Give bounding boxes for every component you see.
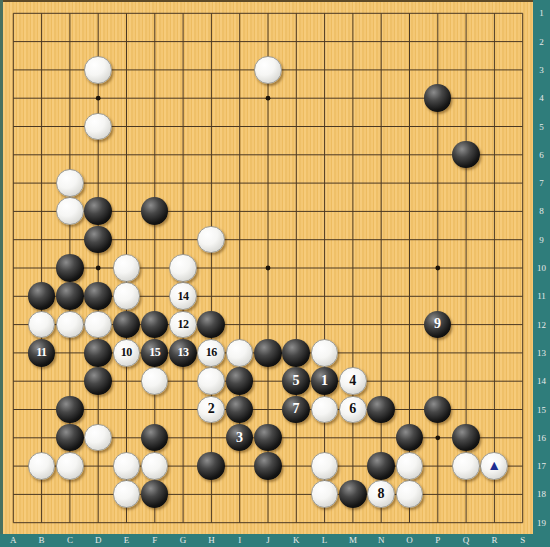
- intersection-N18[interactable]: 8: [367, 480, 395, 508]
- intersection-O6[interactable]: [395, 141, 423, 169]
- intersection-G12[interactable]: 12: [169, 310, 197, 338]
- intersection-B8[interactable]: [27, 197, 55, 225]
- intersection-Q12[interactable]: [452, 310, 480, 338]
- intersection-D11[interactable]: [84, 282, 112, 310]
- intersection-M2[interactable]: [339, 27, 367, 55]
- intersection-Q5[interactable]: [452, 112, 480, 140]
- intersection-N2[interactable]: [367, 27, 395, 55]
- intersection-F5[interactable]: [141, 112, 169, 140]
- intersection-H5[interactable]: [197, 112, 225, 140]
- intersection-D10[interactable]: [84, 254, 112, 282]
- intersection-I16[interactable]: 3: [226, 424, 254, 452]
- intersection-G11[interactable]: 14: [169, 282, 197, 310]
- intersection-F13[interactable]: 15: [141, 339, 169, 367]
- intersection-L4[interactable]: [310, 84, 338, 112]
- intersection-L12[interactable]: [310, 310, 338, 338]
- intersection-B15[interactable]: [27, 395, 55, 423]
- intersection-F18[interactable]: [141, 480, 169, 508]
- intersection-L17[interactable]: [310, 452, 338, 480]
- intersection-H18[interactable]: [197, 480, 225, 508]
- intersection-I17[interactable]: [226, 452, 254, 480]
- intersection-M3[interactable]: [339, 56, 367, 84]
- intersection-I6[interactable]: [226, 141, 254, 169]
- intersection-Q8[interactable]: [452, 197, 480, 225]
- intersection-C15[interactable]: [56, 395, 84, 423]
- intersection-A10[interactable]: [0, 254, 27, 282]
- intersection-B9[interactable]: [27, 226, 55, 254]
- intersection-A9[interactable]: [0, 226, 27, 254]
- go-board[interactable]: 1412911101513165142763▲8: [0, 0, 537, 537]
- intersection-A5[interactable]: [0, 112, 27, 140]
- intersection-Q11[interactable]: [452, 282, 480, 310]
- intersection-O18[interactable]: [395, 480, 423, 508]
- intersection-B11[interactable]: [27, 282, 55, 310]
- intersection-B12[interactable]: [27, 310, 55, 338]
- intersection-E5[interactable]: [112, 112, 140, 140]
- intersection-A13[interactable]: [0, 339, 27, 367]
- intersection-C19[interactable]: [56, 509, 84, 537]
- intersection-Q1[interactable]: [452, 0, 480, 27]
- intersection-I12[interactable]: [226, 310, 254, 338]
- intersection-O19[interactable]: [395, 509, 423, 537]
- intersection-G14[interactable]: [169, 367, 197, 395]
- intersection-M17[interactable]: [339, 452, 367, 480]
- intersection-R17[interactable]: ▲: [480, 452, 508, 480]
- intersection-H1[interactable]: [197, 0, 225, 27]
- intersection-N10[interactable]: [367, 254, 395, 282]
- intersection-O17[interactable]: [395, 452, 423, 480]
- intersection-J12[interactable]: [254, 310, 282, 338]
- intersection-I2[interactable]: [226, 27, 254, 55]
- intersection-J13[interactable]: [254, 339, 282, 367]
- intersection-A16[interactable]: [0, 424, 27, 452]
- intersection-L10[interactable]: [310, 254, 338, 282]
- intersection-J1[interactable]: [254, 0, 282, 27]
- intersection-P19[interactable]: [424, 509, 452, 537]
- intersection-I18[interactable]: [226, 480, 254, 508]
- intersection-Q10[interactable]: [452, 254, 480, 282]
- intersection-M10[interactable]: [339, 254, 367, 282]
- intersection-G7[interactable]: [169, 169, 197, 197]
- intersection-J14[interactable]: [254, 367, 282, 395]
- intersection-G5[interactable]: [169, 112, 197, 140]
- intersection-C9[interactable]: [56, 226, 84, 254]
- intersection-G19[interactable]: [169, 509, 197, 537]
- intersection-P8[interactable]: [424, 197, 452, 225]
- intersection-B4[interactable]: [27, 84, 55, 112]
- intersection-K1[interactable]: [282, 0, 310, 27]
- intersection-O9[interactable]: [395, 226, 423, 254]
- intersection-O4[interactable]: [395, 84, 423, 112]
- intersection-C7[interactable]: [56, 169, 84, 197]
- intersection-R3[interactable]: [480, 56, 508, 84]
- intersection-D13[interactable]: [84, 339, 112, 367]
- intersection-Q9[interactable]: [452, 226, 480, 254]
- intersection-J19[interactable]: [254, 509, 282, 537]
- intersection-E17[interactable]: [112, 452, 140, 480]
- intersection-N16[interactable]: [367, 424, 395, 452]
- intersection-O1[interactable]: [395, 0, 423, 27]
- intersection-I5[interactable]: [226, 112, 254, 140]
- intersection-N11[interactable]: [367, 282, 395, 310]
- intersection-O7[interactable]: [395, 169, 423, 197]
- intersection-F15[interactable]: [141, 395, 169, 423]
- intersection-K15[interactable]: 7: [282, 395, 310, 423]
- intersection-K7[interactable]: [282, 169, 310, 197]
- intersection-R13[interactable]: [480, 339, 508, 367]
- intersection-G17[interactable]: [169, 452, 197, 480]
- intersection-P12[interactable]: 9: [424, 310, 452, 338]
- intersection-F16[interactable]: [141, 424, 169, 452]
- intersection-L6[interactable]: [310, 141, 338, 169]
- intersection-N8[interactable]: [367, 197, 395, 225]
- intersection-J18[interactable]: [254, 480, 282, 508]
- intersection-C2[interactable]: [56, 27, 84, 55]
- intersection-C16[interactable]: [56, 424, 84, 452]
- intersection-A6[interactable]: [0, 141, 27, 169]
- intersection-N6[interactable]: [367, 141, 395, 169]
- intersection-H3[interactable]: [197, 56, 225, 84]
- intersection-M1[interactable]: [339, 0, 367, 27]
- intersection-J10[interactable]: [254, 254, 282, 282]
- intersection-M15[interactable]: 6: [339, 395, 367, 423]
- intersection-J7[interactable]: [254, 169, 282, 197]
- intersection-I8[interactable]: [226, 197, 254, 225]
- intersection-R2[interactable]: [480, 27, 508, 55]
- intersection-P13[interactable]: [424, 339, 452, 367]
- intersection-K9[interactable]: [282, 226, 310, 254]
- intersection-O11[interactable]: [395, 282, 423, 310]
- intersection-E2[interactable]: [112, 27, 140, 55]
- intersection-F2[interactable]: [141, 27, 169, 55]
- intersection-R11[interactable]: [480, 282, 508, 310]
- intersection-B3[interactable]: [27, 56, 55, 84]
- intersection-E11[interactable]: [112, 282, 140, 310]
- intersection-A4[interactable]: [0, 84, 27, 112]
- intersection-L8[interactable]: [310, 197, 338, 225]
- intersection-J2[interactable]: [254, 27, 282, 55]
- intersection-K19[interactable]: [282, 509, 310, 537]
- intersection-N12[interactable]: [367, 310, 395, 338]
- intersection-F17[interactable]: [141, 452, 169, 480]
- intersection-M7[interactable]: [339, 169, 367, 197]
- intersection-M8[interactable]: [339, 197, 367, 225]
- intersection-P9[interactable]: [424, 226, 452, 254]
- intersection-A3[interactable]: [0, 56, 27, 84]
- intersection-D14[interactable]: [84, 367, 112, 395]
- intersection-A18[interactable]: [0, 480, 27, 508]
- intersection-R12[interactable]: [480, 310, 508, 338]
- intersection-C11[interactable]: [56, 282, 84, 310]
- intersection-D3[interactable]: [84, 56, 112, 84]
- intersection-D8[interactable]: [84, 197, 112, 225]
- intersection-O5[interactable]: [395, 112, 423, 140]
- intersection-F12[interactable]: [141, 310, 169, 338]
- intersection-I4[interactable]: [226, 84, 254, 112]
- intersection-G4[interactable]: [169, 84, 197, 112]
- intersection-C4[interactable]: [56, 84, 84, 112]
- intersection-B13[interactable]: 11: [27, 339, 55, 367]
- intersection-E12[interactable]: [112, 310, 140, 338]
- intersection-J4[interactable]: [254, 84, 282, 112]
- intersection-R1[interactable]: [480, 0, 508, 27]
- intersection-D17[interactable]: [84, 452, 112, 480]
- intersection-C6[interactable]: [56, 141, 84, 169]
- intersection-P2[interactable]: [424, 27, 452, 55]
- intersection-K14[interactable]: 5: [282, 367, 310, 395]
- intersection-P11[interactable]: [424, 282, 452, 310]
- intersection-D1[interactable]: [84, 0, 112, 27]
- intersection-I19[interactable]: [226, 509, 254, 537]
- intersection-D6[interactable]: [84, 141, 112, 169]
- intersection-P14[interactable]: [424, 367, 452, 395]
- intersection-G1[interactable]: [169, 0, 197, 27]
- intersection-P4[interactable]: [424, 84, 452, 112]
- intersection-B17[interactable]: [27, 452, 55, 480]
- intersection-Q14[interactable]: [452, 367, 480, 395]
- intersection-H19[interactable]: [197, 509, 225, 537]
- intersection-A11[interactable]: [0, 282, 27, 310]
- intersection-A8[interactable]: [0, 197, 27, 225]
- intersection-D15[interactable]: [84, 395, 112, 423]
- intersection-K4[interactable]: [282, 84, 310, 112]
- intersection-F9[interactable]: [141, 226, 169, 254]
- intersection-R9[interactable]: [480, 226, 508, 254]
- intersection-C5[interactable]: [56, 112, 84, 140]
- intersection-F3[interactable]: [141, 56, 169, 84]
- intersection-I3[interactable]: [226, 56, 254, 84]
- intersection-G6[interactable]: [169, 141, 197, 169]
- intersection-A12[interactable]: [0, 310, 27, 338]
- intersection-C8[interactable]: [56, 197, 84, 225]
- intersection-K16[interactable]: [282, 424, 310, 452]
- intersection-N4[interactable]: [367, 84, 395, 112]
- intersection-N5[interactable]: [367, 112, 395, 140]
- intersection-O3[interactable]: [395, 56, 423, 84]
- intersection-E19[interactable]: [112, 509, 140, 537]
- intersection-Q3[interactable]: [452, 56, 480, 84]
- intersection-Q18[interactable]: [452, 480, 480, 508]
- intersection-P3[interactable]: [424, 56, 452, 84]
- intersection-G18[interactable]: [169, 480, 197, 508]
- intersection-Q16[interactable]: [452, 424, 480, 452]
- intersection-J15[interactable]: [254, 395, 282, 423]
- intersection-R8[interactable]: [480, 197, 508, 225]
- intersection-L7[interactable]: [310, 169, 338, 197]
- intersection-Q6[interactable]: [452, 141, 480, 169]
- intersection-C10[interactable]: [56, 254, 84, 282]
- intersection-J6[interactable]: [254, 141, 282, 169]
- intersection-D19[interactable]: [84, 509, 112, 537]
- intersection-L3[interactable]: [310, 56, 338, 84]
- intersection-C17[interactable]: [56, 452, 84, 480]
- intersection-P16[interactable]: [424, 424, 452, 452]
- intersection-D12[interactable]: [84, 310, 112, 338]
- intersection-L11[interactable]: [310, 282, 338, 310]
- intersection-C3[interactable]: [56, 56, 84, 84]
- intersection-R7[interactable]: [480, 169, 508, 197]
- intersection-M13[interactable]: [339, 339, 367, 367]
- intersection-G13[interactable]: 13: [169, 339, 197, 367]
- intersection-A17[interactable]: [0, 452, 27, 480]
- intersection-L19[interactable]: [310, 509, 338, 537]
- intersection-H4[interactable]: [197, 84, 225, 112]
- intersection-F11[interactable]: [141, 282, 169, 310]
- intersection-A15[interactable]: [0, 395, 27, 423]
- intersection-G8[interactable]: [169, 197, 197, 225]
- intersection-O12[interactable]: [395, 310, 423, 338]
- intersection-E18[interactable]: [112, 480, 140, 508]
- intersection-A19[interactable]: [0, 509, 27, 537]
- intersection-A7[interactable]: [0, 169, 27, 197]
- intersection-K12[interactable]: [282, 310, 310, 338]
- intersection-P10[interactable]: [424, 254, 452, 282]
- intersection-J3[interactable]: [254, 56, 282, 84]
- intersection-L15[interactable]: [310, 395, 338, 423]
- intersection-I9[interactable]: [226, 226, 254, 254]
- intersection-G15[interactable]: [169, 395, 197, 423]
- intersection-I1[interactable]: [226, 0, 254, 27]
- intersection-G3[interactable]: [169, 56, 197, 84]
- intersection-G16[interactable]: [169, 424, 197, 452]
- intersection-L2[interactable]: [310, 27, 338, 55]
- intersection-R15[interactable]: [480, 395, 508, 423]
- intersection-E16[interactable]: [112, 424, 140, 452]
- intersection-F10[interactable]: [141, 254, 169, 282]
- intersection-M14[interactable]: 4: [339, 367, 367, 395]
- intersection-M19[interactable]: [339, 509, 367, 537]
- intersection-H6[interactable]: [197, 141, 225, 169]
- intersection-B5[interactable]: [27, 112, 55, 140]
- intersection-E13[interactable]: 10: [112, 339, 140, 367]
- intersection-M12[interactable]: [339, 310, 367, 338]
- intersection-F1[interactable]: [141, 0, 169, 27]
- intersection-N9[interactable]: [367, 226, 395, 254]
- intersection-Q7[interactable]: [452, 169, 480, 197]
- intersection-N3[interactable]: [367, 56, 395, 84]
- intersection-Q17[interactable]: [452, 452, 480, 480]
- intersection-P5[interactable]: [424, 112, 452, 140]
- intersection-Q4[interactable]: [452, 84, 480, 112]
- intersection-L13[interactable]: [310, 339, 338, 367]
- intersection-P15[interactable]: [424, 395, 452, 423]
- intersection-D16[interactable]: [84, 424, 112, 452]
- intersection-P6[interactable]: [424, 141, 452, 169]
- intersection-P1[interactable]: [424, 0, 452, 27]
- intersection-E14[interactable]: [112, 367, 140, 395]
- intersection-D18[interactable]: [84, 480, 112, 508]
- intersection-K3[interactable]: [282, 56, 310, 84]
- intersection-C13[interactable]: [56, 339, 84, 367]
- intersection-D5[interactable]: [84, 112, 112, 140]
- intersection-M16[interactable]: [339, 424, 367, 452]
- intersection-E10[interactable]: [112, 254, 140, 282]
- intersection-B1[interactable]: [27, 0, 55, 27]
- intersection-N19[interactable]: [367, 509, 395, 537]
- intersection-K10[interactable]: [282, 254, 310, 282]
- intersection-C14[interactable]: [56, 367, 84, 395]
- intersection-R5[interactable]: [480, 112, 508, 140]
- intersection-Q19[interactable]: [452, 509, 480, 537]
- intersection-A14[interactable]: [0, 367, 27, 395]
- intersection-B14[interactable]: [27, 367, 55, 395]
- intersection-R10[interactable]: [480, 254, 508, 282]
- intersection-K6[interactable]: [282, 141, 310, 169]
- intersection-H13[interactable]: 16: [197, 339, 225, 367]
- intersection-I10[interactable]: [226, 254, 254, 282]
- intersection-Q13[interactable]: [452, 339, 480, 367]
- intersection-L1[interactable]: [310, 0, 338, 27]
- intersection-E15[interactable]: [112, 395, 140, 423]
- intersection-H17[interactable]: [197, 452, 225, 480]
- intersection-B2[interactable]: [27, 27, 55, 55]
- intersection-F14[interactable]: [141, 367, 169, 395]
- intersection-A1[interactable]: [0, 0, 27, 27]
- intersection-G10[interactable]: [169, 254, 197, 282]
- intersection-O16[interactable]: [395, 424, 423, 452]
- intersection-N14[interactable]: [367, 367, 395, 395]
- intersection-O2[interactable]: [395, 27, 423, 55]
- intersection-E7[interactable]: [112, 169, 140, 197]
- intersection-I7[interactable]: [226, 169, 254, 197]
- intersection-H9[interactable]: [197, 226, 225, 254]
- intersection-E9[interactable]: [112, 226, 140, 254]
- intersection-O14[interactable]: [395, 367, 423, 395]
- intersection-C18[interactable]: [56, 480, 84, 508]
- intersection-F4[interactable]: [141, 84, 169, 112]
- intersection-H7[interactable]: [197, 169, 225, 197]
- intersection-D2[interactable]: [84, 27, 112, 55]
- intersection-M6[interactable]: [339, 141, 367, 169]
- intersection-F19[interactable]: [141, 509, 169, 537]
- intersection-N15[interactable]: [367, 395, 395, 423]
- intersection-N13[interactable]: [367, 339, 395, 367]
- intersection-L5[interactable]: [310, 112, 338, 140]
- intersection-K17[interactable]: [282, 452, 310, 480]
- intersection-B19[interactable]: [27, 509, 55, 537]
- intersection-B18[interactable]: [27, 480, 55, 508]
- intersection-Q2[interactable]: [452, 27, 480, 55]
- intersection-H15[interactable]: 2: [197, 395, 225, 423]
- intersection-M4[interactable]: [339, 84, 367, 112]
- intersection-K8[interactable]: [282, 197, 310, 225]
- intersection-R18[interactable]: [480, 480, 508, 508]
- intersection-F8[interactable]: [141, 197, 169, 225]
- intersection-G2[interactable]: [169, 27, 197, 55]
- intersection-P18[interactable]: [424, 480, 452, 508]
- intersection-I15[interactable]: [226, 395, 254, 423]
- intersection-L16[interactable]: [310, 424, 338, 452]
- intersection-O15[interactable]: [395, 395, 423, 423]
- intersection-N1[interactable]: [367, 0, 395, 27]
- intersection-E8[interactable]: [112, 197, 140, 225]
- intersection-H11[interactable]: [197, 282, 225, 310]
- intersection-E4[interactable]: [112, 84, 140, 112]
- intersection-J11[interactable]: [254, 282, 282, 310]
- intersection-I14[interactable]: [226, 367, 254, 395]
- intersection-F7[interactable]: [141, 169, 169, 197]
- intersection-B16[interactable]: [27, 424, 55, 452]
- intersection-D4[interactable]: [84, 84, 112, 112]
- intersection-B6[interactable]: [27, 141, 55, 169]
- intersection-R4[interactable]: [480, 84, 508, 112]
- intersection-H8[interactable]: [197, 197, 225, 225]
- intersection-D9[interactable]: [84, 226, 112, 254]
- intersection-O8[interactable]: [395, 197, 423, 225]
- intersection-A2[interactable]: [0, 27, 27, 55]
- intersection-L14[interactable]: 1: [310, 367, 338, 395]
- intersection-L18[interactable]: [310, 480, 338, 508]
